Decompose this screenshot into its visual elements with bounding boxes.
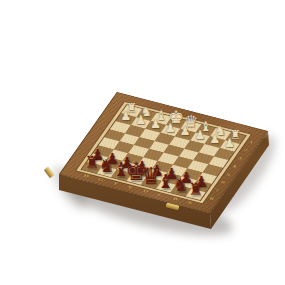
product-photo-stage: HGFEDCBA12345678 ♜♞♝♚♛♝♞♜♟♟♟♟♟♟♟♟♟♟♟♟♟♟♟… [0, 0, 285, 285]
rank-label-2: 2 [243, 148, 248, 152]
rank-label-4: 4 [232, 164, 237, 168]
file-label-h: H [83, 173, 90, 178]
rank-label-7: 7 [215, 188, 220, 192]
rank-label-5: 5 [226, 172, 231, 176]
file-label-g: G [98, 177, 104, 181]
rank-label-3: 3 [237, 156, 242, 160]
file-label-c: C [157, 192, 163, 196]
file-label-f: F [113, 181, 118, 185]
file-label-d: D [142, 189, 148, 194]
rank-label-8: 8 [209, 196, 214, 200]
file-label-e: E [128, 185, 133, 189]
playing-field [82, 105, 246, 200]
rank-label-1: 1 [249, 140, 254, 144]
file-label-a: A [187, 200, 192, 204]
rank-label-6: 6 [220, 180, 225, 184]
file-label-b: B [172, 196, 178, 200]
